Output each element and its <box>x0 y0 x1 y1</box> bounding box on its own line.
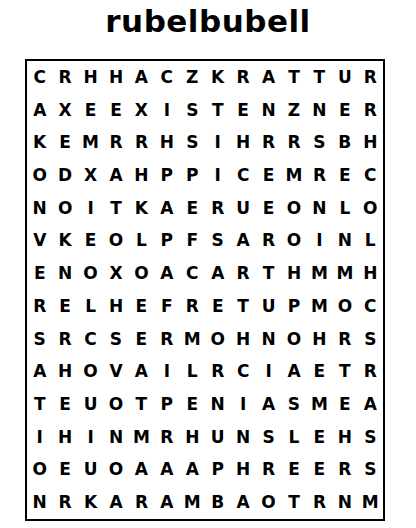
grid-cell-r2c11[interactable]: Z <box>281 94 306 127</box>
grid-cell-r3c10[interactable]: R <box>256 126 281 159</box>
grid-cell-r10c4[interactable]: V <box>103 355 128 388</box>
grid-cell-r3c2[interactable]: E <box>52 126 77 159</box>
grid-cell-r9c8[interactable]: O <box>205 323 230 356</box>
grid-cell-r10c10[interactable]: I <box>256 355 281 388</box>
grid-cell-r1c10[interactable]: A <box>256 61 281 94</box>
grid-cell-r7c4[interactable]: X <box>103 257 128 290</box>
grid-cell-r13c9[interactable]: H <box>230 454 255 487</box>
grid-cell-r3c12[interactable]: S <box>307 126 332 159</box>
grid-cell-r7c7[interactable]: C <box>180 257 205 290</box>
grid-cell-r1c8[interactable]: K <box>205 61 230 94</box>
grid-cell-r6c2[interactable]: K <box>52 225 77 258</box>
grid-cell-r12c8[interactable]: U <box>205 421 230 454</box>
grid-cell-r14c5[interactable]: R <box>129 486 154 519</box>
grid-cell-r6c9[interactable]: A <box>230 225 255 258</box>
grid-cell-r7c8[interactable]: A <box>205 257 230 290</box>
grid-cell-r2c10[interactable]: N <box>256 94 281 127</box>
grid-cell-r4c14[interactable]: C <box>358 159 383 192</box>
grid-cell-r3c11[interactable]: R <box>281 126 306 159</box>
grid-cell-r1c4[interactable]: H <box>103 61 128 94</box>
grid-cell-r12c13[interactable]: H <box>332 421 357 454</box>
grid-cell-r4c13[interactable]: E <box>332 159 357 192</box>
grid-cell-r9c1[interactable]: S <box>27 323 52 356</box>
grid-cell-r6c12[interactable]: I <box>307 225 332 258</box>
grid-cell-r6c13[interactable]: N <box>332 225 357 258</box>
grid-cell-r3c4[interactable]: R <box>103 126 128 159</box>
grid-cell-r14c14[interactable]: M <box>358 486 383 519</box>
puzzle-title: rubelbubell <box>0 3 416 39</box>
grid-cell-r4c6[interactable]: P <box>154 159 179 192</box>
grid-cell-r8c12[interactable]: M <box>307 290 332 323</box>
grid-cell-r10c6[interactable]: I <box>154 355 179 388</box>
grid-cell-r4c3[interactable]: X <box>78 159 103 192</box>
grid-cell-r13c5[interactable]: A <box>129 454 154 487</box>
grid-cell-r5c2[interactable]: O <box>52 192 77 225</box>
grid-cell-r3c14[interactable]: H <box>358 126 383 159</box>
grid-cell-r5c10[interactable]: E <box>256 192 281 225</box>
grid-cell-r5c8[interactable]: R <box>205 192 230 225</box>
grid-cell-r12c5[interactable]: M <box>129 421 154 454</box>
grid-cell-r2c6[interactable]: I <box>154 94 179 127</box>
grid-cell-r10c3[interactable]: O <box>78 355 103 388</box>
grid-cell-r10c13[interactable]: T <box>332 355 357 388</box>
grid-cell-r13c6[interactable]: A <box>154 454 179 487</box>
grid-cell-r3c8[interactable]: I <box>205 126 230 159</box>
grid-cell-r8c14[interactable]: C <box>358 290 383 323</box>
grid-cell-r12c10[interactable]: S <box>256 421 281 454</box>
grid-cell-r5c6[interactable]: A <box>154 192 179 225</box>
grid-cell-r1c11[interactable]: T <box>281 61 306 94</box>
grid-cell-r11c14[interactable]: A <box>358 388 383 421</box>
grid-cell-r14c8[interactable]: B <box>205 486 230 519</box>
grid-cell-r8c4[interactable]: H <box>103 290 128 323</box>
grid-cell-r1c6[interactable]: C <box>154 61 179 94</box>
grid-cell-r7c14[interactable]: H <box>358 257 383 290</box>
grid-cell-r10c2[interactable]: H <box>52 355 77 388</box>
grid-cell-r7c9[interactable]: R <box>230 257 255 290</box>
grid-cell-r10c7[interactable]: L <box>180 355 205 388</box>
grid-cell-r12c12[interactable]: E <box>307 421 332 454</box>
grid-cell-r12c9[interactable]: N <box>230 421 255 454</box>
grid-cell-r8c6[interactable]: F <box>154 290 179 323</box>
grid-cell-r14c2[interactable]: R <box>52 486 77 519</box>
grid-cell-r9c2[interactable]: R <box>52 323 77 356</box>
grid-cell-r12c11[interactable]: L <box>281 421 306 454</box>
grid-cell-r8c10[interactable]: U <box>256 290 281 323</box>
grid-cell-r13c12[interactable]: E <box>307 454 332 487</box>
grid-cell-r10c11[interactable]: A <box>281 355 306 388</box>
grid-cell-r10c12[interactable]: E <box>307 355 332 388</box>
grid-cell-r10c9[interactable]: C <box>230 355 255 388</box>
grid-cell-r8c13[interactable]: O <box>332 290 357 323</box>
grid-cell-r1c5[interactable]: A <box>129 61 154 94</box>
grid-cell-r5c13[interactable]: L <box>332 192 357 225</box>
grid-cell-r6c11[interactable]: O <box>281 225 306 258</box>
grid-cell-r5c14[interactable]: O <box>358 192 383 225</box>
grid-cell-r5c3[interactable]: I <box>78 192 103 225</box>
grid-cell-r13c10[interactable]: R <box>256 454 281 487</box>
grid-cell-r8c1[interactable]: R <box>27 290 52 323</box>
grid-cell-r6c1[interactable]: V <box>27 225 52 258</box>
grid-cell-r12c2[interactable]: H <box>52 421 77 454</box>
grid-cell-r6c4[interactable]: O <box>103 225 128 258</box>
grid-cell-r6c7[interactable]: F <box>180 225 205 258</box>
grid-cell-r8c3[interactable]: L <box>78 290 103 323</box>
grid-cell-r1c7[interactable]: Z <box>180 61 205 94</box>
grid-cell-r2c4[interactable]: E <box>103 94 128 127</box>
grid-cell-r11c4[interactable]: O <box>103 388 128 421</box>
grid-cell-r3c7[interactable]: S <box>180 126 205 159</box>
grid-cell-r11c6[interactable]: P <box>154 388 179 421</box>
grid-cell-r7c6[interactable]: A <box>154 257 179 290</box>
grid-cell-r9c12[interactable]: H <box>307 323 332 356</box>
grid-cell-r7c1[interactable]: E <box>27 257 52 290</box>
grid-cell-r11c12[interactable]: M <box>307 388 332 421</box>
grid-cell-r1c3[interactable]: H <box>78 61 103 94</box>
grid-cell-r6c10[interactable]: R <box>256 225 281 258</box>
grid-cell-r13c11[interactable]: E <box>281 454 306 487</box>
grid-cell-r11c2[interactable]: E <box>52 388 77 421</box>
grid-cell-r14c13[interactable]: N <box>332 486 357 519</box>
grid-cell-r2c14[interactable]: R <box>358 94 383 127</box>
grid-cell-r3c1[interactable]: K <box>27 126 52 159</box>
grid-cell-r12c6[interactable]: R <box>154 421 179 454</box>
grid-cell-r13c7[interactable]: A <box>180 454 205 487</box>
grid-cell-r4c8[interactable]: I <box>205 159 230 192</box>
grid-cell-r6c5[interactable]: L <box>129 225 154 258</box>
grid-cell-r14c1[interactable]: N <box>27 486 52 519</box>
grid-cell-r2c3[interactable]: E <box>78 94 103 127</box>
grid-cell-r9c10[interactable]: N <box>256 323 281 356</box>
grid-cell-r13c4[interactable]: O <box>103 454 128 487</box>
grid-cell-r7c13[interactable]: M <box>332 257 357 290</box>
grid-cell-r14c7[interactable]: M <box>180 486 205 519</box>
grid-cell-r1c9[interactable]: R <box>230 61 255 94</box>
grid-cell-r4c9[interactable]: C <box>230 159 255 192</box>
grid-cell-r14c9[interactable]: A <box>230 486 255 519</box>
grid-cell-r2c8[interactable]: T <box>205 94 230 127</box>
grid-cell-r9c3[interactable]: C <box>78 323 103 356</box>
grid-cell-r13c3[interactable]: U <box>78 454 103 487</box>
grid-cell-r9c5[interactable]: E <box>129 323 154 356</box>
grid-cell-r4c7[interactable]: P <box>180 159 205 192</box>
grid-cell-r4c2[interactable]: D <box>52 159 77 192</box>
grid-cell-r6c6[interactable]: P <box>154 225 179 258</box>
grid-cell-r7c11[interactable]: H <box>281 257 306 290</box>
grid-cell-r8c9[interactable]: T <box>230 290 255 323</box>
grid-cell-r13c2[interactable]: E <box>52 454 77 487</box>
grid-cell-r1c12[interactable]: T <box>307 61 332 94</box>
grid-cell-r5c4[interactable]: T <box>103 192 128 225</box>
grid-cell-r11c1[interactable]: T <box>27 388 52 421</box>
grid-cell-r7c3[interactable]: O <box>78 257 103 290</box>
grid-cell-r14c12[interactable]: R <box>307 486 332 519</box>
grid-cell-r9c9[interactable]: H <box>230 323 255 356</box>
grid-cell-r12c7[interactable]: H <box>180 421 205 454</box>
grid-cell-r8c11[interactable]: P <box>281 290 306 323</box>
grid-cell-r13c14[interactable]: S <box>358 454 383 487</box>
grid-cell-r3c13[interactable]: B <box>332 126 357 159</box>
grid-cell-r4c4[interactable]: A <box>103 159 128 192</box>
grid-cell-r14c4[interactable]: A <box>103 486 128 519</box>
grid-cell-r8c7[interactable]: R <box>180 290 205 323</box>
grid-cell-r6c3[interactable]: E <box>78 225 103 258</box>
grid-cell-r11c11[interactable]: S <box>281 388 306 421</box>
grid-cell-r1c13[interactable]: U <box>332 61 357 94</box>
grid-cell-r11c3[interactable]: U <box>78 388 103 421</box>
grid-cell-r1c14[interactable]: R <box>358 61 383 94</box>
grid-cell-r3c3[interactable]: M <box>78 126 103 159</box>
grid-cell-r2c2[interactable]: X <box>52 94 77 127</box>
grid-cell-r11c5[interactable]: T <box>129 388 154 421</box>
grid-cell-r6c8[interactable]: S <box>205 225 230 258</box>
grid-cell-r10c5[interactable]: A <box>129 355 154 388</box>
grid-cell-r4c11[interactable]: M <box>281 159 306 192</box>
grid-cell-r3c6[interactable]: H <box>154 126 179 159</box>
grid-cell-r11c13[interactable]: E <box>332 388 357 421</box>
grid-cell-r9c4[interactable]: S <box>103 323 128 356</box>
grid-cell-r2c13[interactable]: E <box>332 94 357 127</box>
grid-cell-r4c10[interactable]: E <box>256 159 281 192</box>
grid-cell-r5c12[interactable]: N <box>307 192 332 225</box>
grid-cell-r14c10[interactable]: O <box>256 486 281 519</box>
grid-cell-r5c9[interactable]: U <box>230 192 255 225</box>
grid-cell-r4c12[interactable]: R <box>307 159 332 192</box>
grid-cell-r2c7[interactable]: S <box>180 94 205 127</box>
grid-cell-r5c7[interactable]: E <box>180 192 205 225</box>
grid-cell-r13c8[interactable]: P <box>205 454 230 487</box>
grid-cell-r8c8[interactable]: E <box>205 290 230 323</box>
word-search-grid: CRHHACZKRATTURAXEEXISTENZNERKEMRRHSIHRRS… <box>25 59 385 521</box>
grid-cell-r1c1[interactable]: C <box>27 61 52 94</box>
grid-cell-r4c5[interactable]: H <box>129 159 154 192</box>
grid-cell-r10c1[interactable]: A <box>27 355 52 388</box>
grid-cell-r3c9[interactable]: H <box>230 126 255 159</box>
word-search-page: rubelbubell CRHHACZKRATTURAXEEXISTENZNER… <box>0 0 416 528</box>
grid-cell-r9c7[interactable]: M <box>180 323 205 356</box>
grid-cell-r2c9[interactable]: E <box>230 94 255 127</box>
grid-cell-r4c1[interactable]: O <box>27 159 52 192</box>
grid-cell-r13c13[interactable]: R <box>332 454 357 487</box>
grid-cell-r12c4[interactable]: N <box>103 421 128 454</box>
grid-cell-r6c14[interactable]: L <box>358 225 383 258</box>
grid-cell-r11c8[interactable]: N <box>205 388 230 421</box>
grid-cell-r5c11[interactable]: O <box>281 192 306 225</box>
grid-cell-r2c5[interactable]: X <box>129 94 154 127</box>
grid-cell-r5c5[interactable]: K <box>129 192 154 225</box>
grid-cell-r9c11[interactable]: O <box>281 323 306 356</box>
grid-cell-r7c5[interactable]: O <box>129 257 154 290</box>
grid-cell-r2c12[interactable]: N <box>307 94 332 127</box>
grid-cell-r10c14[interactable]: R <box>358 355 383 388</box>
grid-cell-r12c14[interactable]: S <box>358 421 383 454</box>
grid-cell-r2c1[interactable]: A <box>27 94 52 127</box>
grid-cell-r10c8[interactable]: R <box>205 355 230 388</box>
grid-cell-r8c5[interactable]: E <box>129 290 154 323</box>
grid-cell-r7c2[interactable]: N <box>52 257 77 290</box>
grid-cell-r14c6[interactable]: A <box>154 486 179 519</box>
grid-cell-r11c9[interactable]: I <box>230 388 255 421</box>
grid-cell-r1c2[interactable]: R <box>52 61 77 94</box>
grid-cell-r5c1[interactable]: N <box>27 192 52 225</box>
grid-cell-r11c7[interactable]: E <box>180 388 205 421</box>
grid-cell-r8c2[interactable]: E <box>52 290 77 323</box>
grid-cell-r3c5[interactable]: R <box>129 126 154 159</box>
grid-cell-r11c10[interactable]: A <box>256 388 281 421</box>
grid-cell-r14c3[interactable]: K <box>78 486 103 519</box>
grid-cell-r12c1[interactable]: I <box>27 421 52 454</box>
grid-cell-r14c11[interactable]: T <box>281 486 306 519</box>
grid-cell-r7c10[interactable]: T <box>256 257 281 290</box>
grid-cell-r9c6[interactable]: R <box>154 323 179 356</box>
grid-cell-r9c14[interactable]: S <box>358 323 383 356</box>
grid-cell-r12c3[interactable]: I <box>78 421 103 454</box>
grid-cell-r7c12[interactable]: M <box>307 257 332 290</box>
grid-cell-r13c1[interactable]: O <box>27 454 52 487</box>
grid-cell-r9c13[interactable]: R <box>332 323 357 356</box>
